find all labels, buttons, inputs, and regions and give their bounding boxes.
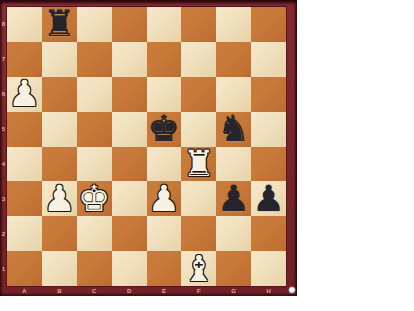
square-e2[interactable] [147,216,182,251]
square-b8[interactable]: ♜ [42,7,77,42]
square-e3[interactable]: ♟ [147,181,182,216]
square-c6[interactable] [77,77,112,112]
square-f1[interactable]: ♝ [181,251,216,286]
square-a1[interactable] [7,251,42,286]
square-d4[interactable] [112,147,147,182]
square-b3[interactable]: ♟ [42,181,77,216]
square-a3[interactable] [7,181,42,216]
square-c3[interactable]: ♚ [77,181,112,216]
square-e4[interactable] [147,147,182,182]
square-a5[interactable] [7,112,42,147]
square-d7[interactable] [112,42,147,77]
square-h5[interactable] [251,112,286,147]
white-pawn: ♟ [42,181,77,216]
square-b7[interactable] [42,42,77,77]
square-g2[interactable] [216,216,251,251]
square-f7[interactable] [181,42,216,77]
rank-label-2: 2 [0,216,7,251]
black-knight: ♞ [216,112,251,147]
rank-label-7: 7 [0,42,7,77]
square-a4[interactable] [7,147,42,182]
square-f5[interactable] [181,112,216,147]
square-e5[interactable]: ♚ [147,112,182,147]
rank-label-1: 1 [0,251,7,286]
square-e1[interactable] [147,251,182,286]
file-labels: ABCDEFGH [7,286,286,296]
black-pawn: ♟ [216,181,251,216]
square-f8[interactable] [181,7,216,42]
file-label-h: H [251,286,286,296]
file-label-b: B [42,286,77,296]
black-pawn: ♟ [251,181,286,216]
square-f6[interactable] [181,77,216,112]
chess-board-frame: ♜♟♚♞♜♟♚♟♟♟♝ 87654321 ABCDEFGH [0,0,297,296]
square-b6[interactable] [42,77,77,112]
square-h6[interactable] [251,77,286,112]
chess-board: ♜♟♚♞♜♟♚♟♟♟♝ [7,7,286,286]
square-b4[interactable] [42,147,77,182]
square-g6[interactable] [216,77,251,112]
square-h8[interactable] [251,7,286,42]
rank-labels: 87654321 [0,7,7,286]
rank-label-8: 8 [0,7,7,42]
square-g7[interactable] [216,42,251,77]
rank-label-3: 3 [0,181,7,216]
square-g8[interactable] [216,7,251,42]
square-d8[interactable] [112,7,147,42]
white-pawn: ♟ [7,77,42,112]
file-label-e: E [147,286,182,296]
square-f2[interactable] [181,216,216,251]
square-b1[interactable] [42,251,77,286]
file-label-d: D [112,286,147,296]
square-c7[interactable] [77,42,112,77]
square-c5[interactable] [77,112,112,147]
square-g3[interactable]: ♟ [216,181,251,216]
rank-label-5: 5 [0,112,7,147]
white-bishop: ♝ [181,251,216,286]
square-d2[interactable] [112,216,147,251]
square-h2[interactable] [251,216,286,251]
square-c8[interactable] [77,7,112,42]
square-h4[interactable] [251,147,286,182]
square-f3[interactable] [181,181,216,216]
file-label-f: F [181,286,216,296]
square-d5[interactable] [112,112,147,147]
square-f4[interactable]: ♜ [181,147,216,182]
black-rook: ♜ [42,7,77,42]
square-g5[interactable]: ♞ [216,112,251,147]
white-pawn: ♟ [147,181,182,216]
file-label-c: C [77,286,112,296]
rank-label-4: 4 [0,147,7,182]
square-d6[interactable] [112,77,147,112]
square-d3[interactable] [112,181,147,216]
square-g4[interactable] [216,147,251,182]
file-label-a: A [7,286,42,296]
square-e8[interactable] [147,7,182,42]
square-e6[interactable] [147,77,182,112]
square-b5[interactable] [42,112,77,147]
square-a2[interactable] [7,216,42,251]
square-d1[interactable] [112,251,147,286]
white-king: ♚ [77,181,112,216]
square-g1[interactable] [216,251,251,286]
rank-label-6: 6 [0,77,7,112]
square-h7[interactable] [251,42,286,77]
white-rook: ♜ [181,147,216,182]
black-king: ♚ [147,112,182,147]
page: ♜♟♚♞♜♟♚♟♟♟♝ 87654321 ABCDEFGH [0,0,414,311]
square-h3[interactable]: ♟ [251,181,286,216]
square-a6[interactable]: ♟ [7,77,42,112]
square-c4[interactable] [77,147,112,182]
square-b2[interactable] [42,216,77,251]
square-e7[interactable] [147,42,182,77]
white-to-move-indicator [288,286,296,294]
square-h1[interactable] [251,251,286,286]
file-label-g: G [216,286,251,296]
square-c2[interactable] [77,216,112,251]
square-a7[interactable] [7,42,42,77]
square-c1[interactable] [77,251,112,286]
square-a8[interactable] [7,7,42,42]
